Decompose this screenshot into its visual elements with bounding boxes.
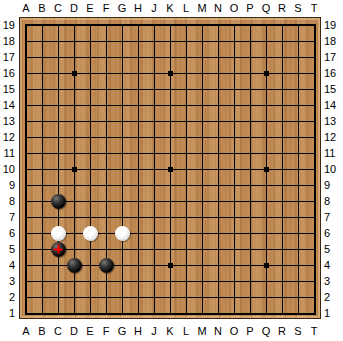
stones-layer [18, 17, 322, 321]
column-label-g: G [114, 326, 130, 337]
column-label-f: F [98, 326, 114, 337]
row-label-10: 10 [3, 164, 17, 175]
column-label-s: S [290, 3, 306, 14]
column-label-m: M [194, 326, 210, 337]
column-label-q: Q [258, 326, 274, 337]
row-label-11: 11 [322, 148, 335, 159]
column-label-k: K [162, 326, 178, 337]
column-label-p: P [242, 3, 258, 14]
column-label-c: C [50, 3, 66, 14]
black-stone-d4 [67, 258, 82, 273]
row-label-5: 5 [9, 244, 17, 255]
row-label-15: 15 [3, 84, 17, 95]
row-label-1: 1 [322, 308, 330, 319]
row-label-10: 10 [322, 164, 336, 175]
column-label-b: B [34, 3, 50, 14]
row-label-16: 16 [3, 68, 17, 79]
column-label-q: Q [258, 3, 274, 14]
row-label-1: 1 [9, 308, 17, 319]
row-label-8: 8 [9, 196, 17, 207]
column-label-k: K [162, 3, 178, 14]
row-label-2: 2 [322, 292, 330, 303]
column-label-g: G [114, 3, 130, 14]
column-label-t: T [306, 326, 322, 337]
column-label-j: J [146, 3, 162, 14]
column-label-e: E [82, 3, 98, 14]
column-label-b: B [34, 326, 50, 337]
column-label-f: F [98, 3, 114, 14]
column-label-o: O [226, 3, 242, 14]
column-label-n: N [210, 3, 226, 14]
row-labels-right: 19181716151413121110987654321 [322, 17, 339, 321]
row-label-3: 3 [9, 276, 17, 287]
row-label-9: 9 [9, 180, 17, 191]
column-label-l: L [178, 3, 194, 14]
row-label-12: 12 [3, 132, 17, 143]
column-label-o: O [226, 326, 242, 337]
column-label-r: R [274, 3, 290, 14]
column-label-r: R [274, 326, 290, 337]
row-label-19: 19 [3, 20, 17, 31]
column-label-m: M [194, 3, 210, 14]
column-label-n: N [210, 326, 226, 337]
row-label-6: 6 [322, 228, 330, 239]
row-label-19: 19 [322, 20, 336, 31]
row-label-17: 17 [3, 52, 17, 63]
row-label-13: 13 [3, 116, 17, 127]
column-label-a: A [18, 3, 34, 14]
white-stone-e6 [83, 226, 98, 241]
row-label-5: 5 [322, 244, 330, 255]
column-label-s: S [290, 326, 306, 337]
column-label-a: A [18, 326, 34, 337]
column-label-d: D [66, 326, 82, 337]
row-label-17: 17 [322, 52, 336, 63]
row-label-18: 18 [3, 36, 17, 47]
row-label-18: 18 [322, 36, 336, 47]
column-label-d: D [66, 3, 82, 14]
row-label-12: 12 [322, 132, 336, 143]
black-stone-c8 [51, 194, 66, 209]
row-label-11: 11 [4, 148, 17, 159]
black-stone-c5 [51, 242, 66, 257]
last-move-cross-marker [54, 245, 63, 254]
column-label-e: E [82, 326, 98, 337]
go-app-page: ABCDEFGHJKLMNOPQRST 19181716151413121110… [0, 0, 343, 341]
white-stone-c6 [51, 226, 66, 241]
black-stone-f4 [99, 258, 114, 273]
row-label-15: 15 [322, 84, 336, 95]
row-label-4: 4 [9, 260, 17, 271]
row-label-9: 9 [322, 180, 330, 191]
column-label-h: H [130, 3, 146, 14]
row-label-7: 7 [9, 212, 17, 223]
column-labels-bottom: ABCDEFGHJKLMNOPQRST [18, 325, 322, 337]
row-label-7: 7 [322, 212, 330, 223]
column-label-j: J [146, 326, 162, 337]
row-label-13: 13 [322, 116, 336, 127]
column-label-l: L [178, 326, 194, 337]
column-label-c: C [50, 326, 66, 337]
row-label-14: 14 [3, 100, 17, 111]
column-label-p: P [242, 326, 258, 337]
row-label-3: 3 [322, 276, 330, 287]
column-label-h: H [130, 326, 146, 337]
row-labels-left: 19181716151413121110987654321 [0, 17, 17, 321]
white-stone-g6 [115, 226, 130, 241]
row-label-14: 14 [322, 100, 336, 111]
row-label-8: 8 [322, 196, 330, 207]
row-label-6: 6 [9, 228, 17, 239]
row-label-2: 2 [9, 292, 17, 303]
column-label-t: T [306, 3, 322, 14]
row-label-16: 16 [322, 68, 336, 79]
column-labels-top: ABCDEFGHJKLMNOPQRST [18, 2, 322, 14]
row-label-4: 4 [322, 260, 330, 271]
